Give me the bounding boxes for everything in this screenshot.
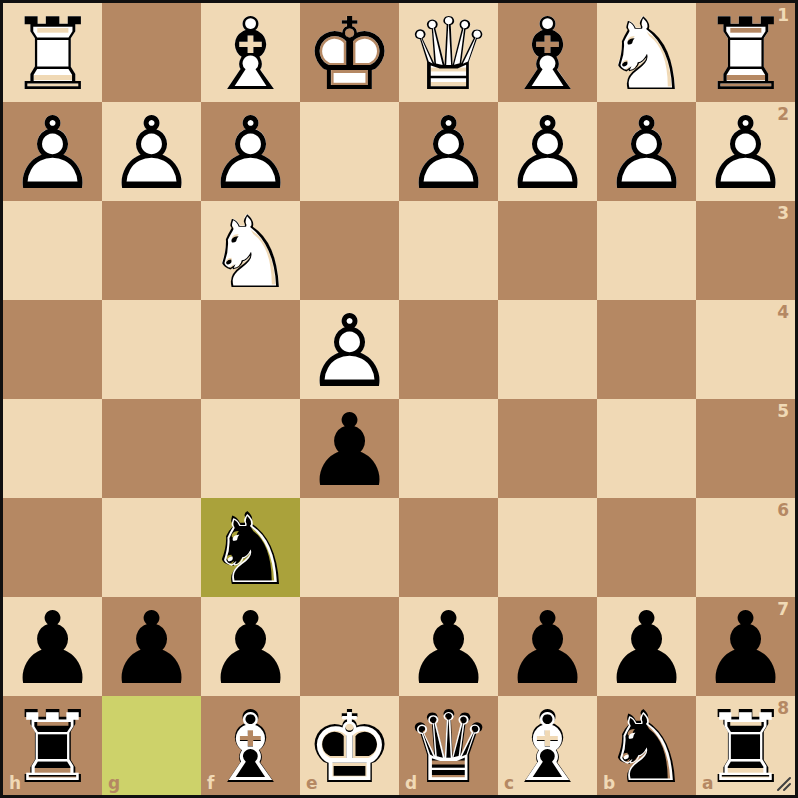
black-knight[interactable]: ♞♘ — [201, 500, 300, 597]
square-h2[interactable]: ♟♙ — [3, 102, 102, 201]
square-f1[interactable]: ♝♗ — [201, 3, 300, 102]
piece-outline: ♗ — [204, 701, 296, 793]
file-label-a: a — [702, 775, 713, 792]
square-b1[interactable]: ♞♘ — [597, 3, 696, 102]
black-pawn[interactable]: ♟ — [597, 599, 696, 696]
piece-outline: ♗ — [498, 5, 597, 102]
square-e8[interactable]: ♚♔e — [300, 696, 399, 795]
piece-outline: ♔ — [300, 5, 399, 102]
black-pawn[interactable]: ♟ — [3, 599, 102, 696]
rank-label-2: 2 — [777, 106, 789, 123]
piece-outline: ♙ — [300, 302, 399, 399]
piece-outline: ♘ — [201, 203, 300, 300]
square-g5[interactable] — [102, 399, 201, 498]
square-a7[interactable]: ♟7 — [696, 597, 795, 696]
white-king[interactable]: ♚♔ — [300, 5, 399, 102]
piece-glyph: ♟ — [597, 599, 696, 696]
square-b2[interactable]: ♟♙ — [597, 102, 696, 201]
square-d5[interactable] — [399, 399, 498, 498]
square-d3[interactable] — [399, 201, 498, 300]
chess-board: ♜♖♝♗♚♔♛♕♝♗♞♘♜♖1♟♙♟♙♟♙♟♙♟♙♟♙♟♙2♞♘3♟♙4♟5♞♘… — [3, 3, 795, 795]
white-knight[interactable]: ♞♘ — [597, 5, 696, 102]
square-f3[interactable]: ♞♘ — [201, 201, 300, 300]
piece-glyph: ♟ — [102, 599, 201, 696]
black-pawn[interactable]: ♟ — [300, 401, 399, 498]
white-pawn[interactable]: ♟♙ — [201, 104, 300, 201]
square-b5[interactable] — [597, 399, 696, 498]
square-c6[interactable] — [498, 498, 597, 597]
square-f8[interactable]: ♝♗f — [201, 696, 300, 795]
square-g1[interactable] — [102, 3, 201, 102]
file-label-b: b — [603, 775, 615, 792]
white-pawn[interactable]: ♟♙ — [498, 104, 597, 201]
file-label-f: f — [207, 775, 214, 792]
square-a1[interactable]: ♜♖1 — [696, 3, 795, 102]
file-label-d: d — [405, 775, 417, 792]
white-pawn[interactable]: ♟♙ — [597, 104, 696, 201]
piece-outline: ♙ — [498, 104, 597, 201]
file-label-e: e — [306, 775, 318, 792]
square-h4[interactable] — [3, 300, 102, 399]
piece-glyph: ♟ — [300, 401, 399, 498]
rank-label-6: 6 — [777, 502, 789, 519]
piece-outline: ♗ — [501, 701, 593, 793]
square-g8[interactable]: g — [102, 696, 201, 795]
square-g4[interactable] — [102, 300, 201, 399]
square-c3[interactable] — [498, 201, 597, 300]
resize-handle[interactable] — [776, 776, 792, 792]
white-knight[interactable]: ♞♘ — [201, 203, 300, 300]
square-f7[interactable]: ♟ — [201, 597, 300, 696]
square-f5[interactable] — [201, 399, 300, 498]
rank-label-1: 1 — [777, 7, 789, 24]
piece-glyph: ♟ — [498, 599, 597, 696]
square-d1[interactable]: ♛♕ — [399, 3, 498, 102]
square-c4[interactable] — [498, 300, 597, 399]
piece-outline: ♙ — [597, 104, 696, 201]
square-e3[interactable] — [300, 201, 399, 300]
black-pawn[interactable]: ♟ — [498, 599, 597, 696]
rank-label-8: 8 — [777, 700, 789, 717]
white-queen[interactable]: ♛♕ — [399, 5, 498, 102]
black-bishop[interactable]: ♝♗ — [201, 698, 300, 795]
square-h1[interactable]: ♜♖ — [3, 3, 102, 102]
square-g2[interactable]: ♟♙ — [102, 102, 201, 201]
piece-outline: ♘ — [204, 503, 296, 595]
file-label-h: h — [9, 775, 21, 792]
piece-outline: ♙ — [102, 104, 201, 201]
black-pawn[interactable]: ♟ — [399, 599, 498, 696]
piece-outline: ♕ — [399, 5, 498, 102]
square-b3[interactable] — [597, 201, 696, 300]
square-c1[interactable]: ♝♗ — [498, 3, 597, 102]
square-f4[interactable] — [201, 300, 300, 399]
square-e2[interactable] — [300, 102, 399, 201]
file-label-g: g — [108, 775, 120, 792]
rank-label-7: 7 — [777, 601, 789, 618]
square-d8[interactable]: ♛♕d — [399, 696, 498, 795]
square-a2[interactable]: ♟♙2 — [696, 102, 795, 201]
square-g3[interactable] — [102, 201, 201, 300]
square-a5[interactable]: 5 — [696, 399, 795, 498]
rank-label-4: 4 — [777, 304, 789, 321]
square-a3[interactable]: 3 — [696, 201, 795, 300]
square-f6[interactable]: ♞♘ — [201, 498, 300, 597]
square-h5[interactable] — [3, 399, 102, 498]
square-c7[interactable]: ♟ — [498, 597, 597, 696]
square-c8[interactable]: ♝♗c — [498, 696, 597, 795]
square-d4[interactable] — [399, 300, 498, 399]
white-pawn[interactable]: ♟♙ — [300, 302, 399, 399]
white-bishop[interactable]: ♝♗ — [201, 5, 300, 102]
white-pawn[interactable]: ♟♙ — [3, 104, 102, 201]
black-pawn[interactable]: ♟ — [102, 599, 201, 696]
square-b7[interactable]: ♟ — [597, 597, 696, 696]
white-rook[interactable]: ♜♖ — [3, 5, 102, 102]
resize-handle-icon — [778, 778, 790, 790]
square-e6[interactable] — [300, 498, 399, 597]
square-b8[interactable]: ♞♘b — [597, 696, 696, 795]
square-d6[interactable] — [399, 498, 498, 597]
square-c5[interactable] — [498, 399, 597, 498]
piece-outline: ♘ — [597, 5, 696, 102]
square-a4[interactable]: 4 — [696, 300, 795, 399]
chess-board-frame: ♜♖♝♗♚♔♛♕♝♗♞♘♜♖1♟♙♟♙♟♙♟♙♟♙♟♙♟♙2♞♘3♟♙4♟5♞♘… — [0, 0, 798, 798]
square-h8[interactable]: ♜♖h — [3, 696, 102, 795]
square-h7[interactable]: ♟ — [3, 597, 102, 696]
piece-outline: ♗ — [201, 5, 300, 102]
black-pawn[interactable]: ♟ — [201, 599, 300, 696]
piece-outline: ♖ — [3, 5, 102, 102]
square-d2[interactable]: ♟♙ — [399, 102, 498, 201]
square-g6[interactable] — [102, 498, 201, 597]
piece-glyph: ♟ — [399, 599, 498, 696]
piece-glyph: ♟ — [3, 599, 102, 696]
file-label-c: c — [504, 775, 514, 792]
square-h6[interactable] — [3, 498, 102, 597]
square-f2[interactable]: ♟♙ — [201, 102, 300, 201]
white-pawn[interactable]: ♟♙ — [102, 104, 201, 201]
square-c2[interactable]: ♟♙ — [498, 102, 597, 201]
piece-outline: ♙ — [3, 104, 102, 201]
rank-label-5: 5 — [777, 403, 789, 420]
square-b6[interactable] — [597, 498, 696, 597]
square-h3[interactable] — [3, 201, 102, 300]
square-e1[interactable]: ♚♔ — [300, 3, 399, 102]
square-e5[interactable]: ♟ — [300, 399, 399, 498]
square-d7[interactable]: ♟ — [399, 597, 498, 696]
square-a6[interactable]: 6 — [696, 498, 795, 597]
square-g7[interactable]: ♟ — [102, 597, 201, 696]
piece-outline: ♙ — [399, 104, 498, 201]
white-bishop[interactable]: ♝♗ — [498, 5, 597, 102]
piece-outline: ♙ — [201, 104, 300, 201]
piece-glyph: ♟ — [201, 599, 300, 696]
square-e7[interactable] — [300, 597, 399, 696]
white-pawn[interactable]: ♟♙ — [399, 104, 498, 201]
rank-label-3: 3 — [777, 205, 789, 222]
square-b4[interactable] — [597, 300, 696, 399]
square-e4[interactable]: ♟♙ — [300, 300, 399, 399]
